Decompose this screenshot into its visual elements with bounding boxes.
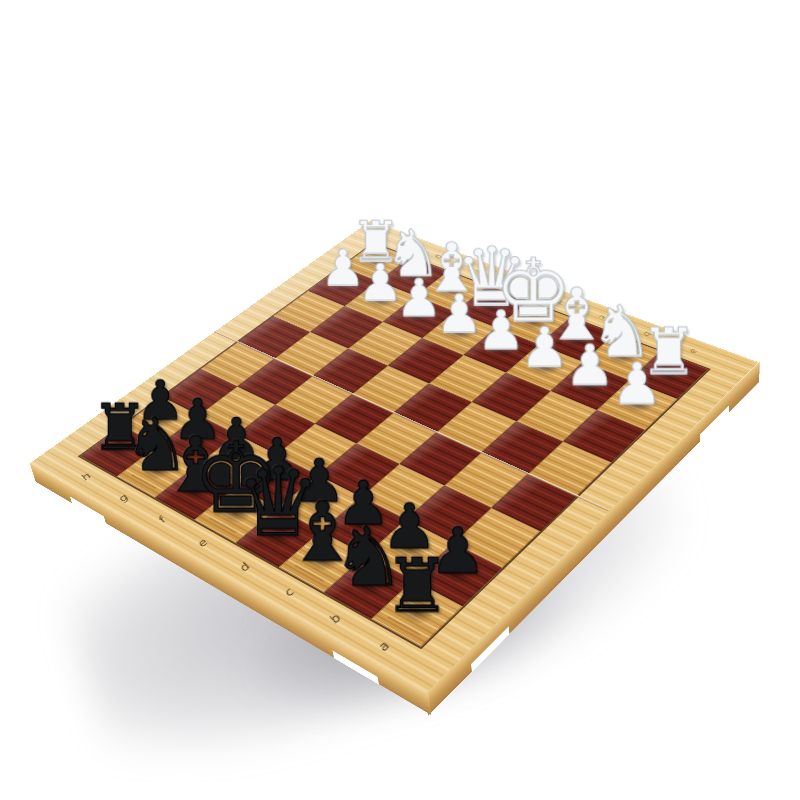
perspective-wrap: hgfedcba ♜♞♝♛♚♝♞♜♟♟♟♟♟♟♟♟♟♟♟♟♟♟♟♟♜♞♝♚♛♝♞…	[0, 0, 800, 800]
board-grid: ♜♞♝♛♚♝♞♜♟♟♟♟♟♟♟♟♟♟♟♟♟♟♟♟♜♞♝♚♛♝♞♜	[81, 243, 709, 646]
foot-notch	[471, 627, 510, 673]
chess-board: hgfedcba ♜♞♝♛♚♝♞♜♟♟♟♟♟♟♟♟♟♟♟♟♟♟♟♟♜♞♝♚♛♝♞…	[30, 221, 758, 693]
foot-notch	[700, 405, 729, 442]
board-frame: hgfedcba ♜♞♝♛♚♝♞♜♟♟♟♟♟♟♟♟♟♟♟♟♟♟♟♟♜♞♝♚♛♝♞…	[30, 221, 758, 693]
camera-tilt: hgfedcba ♜♞♝♛♚♝♞♜♟♟♟♟♟♟♟♟♟♟♟♟♟♟♟♟♜♞♝♚♛♝♞…	[0, 0, 800, 800]
chess-set-photo: hgfedcba ♜♞♝♛♚♝♞♜♟♟♟♟♟♟♟♟♟♟♟♟♟♟♟♟♜♞♝♚♛♝♞…	[0, 0, 800, 800]
